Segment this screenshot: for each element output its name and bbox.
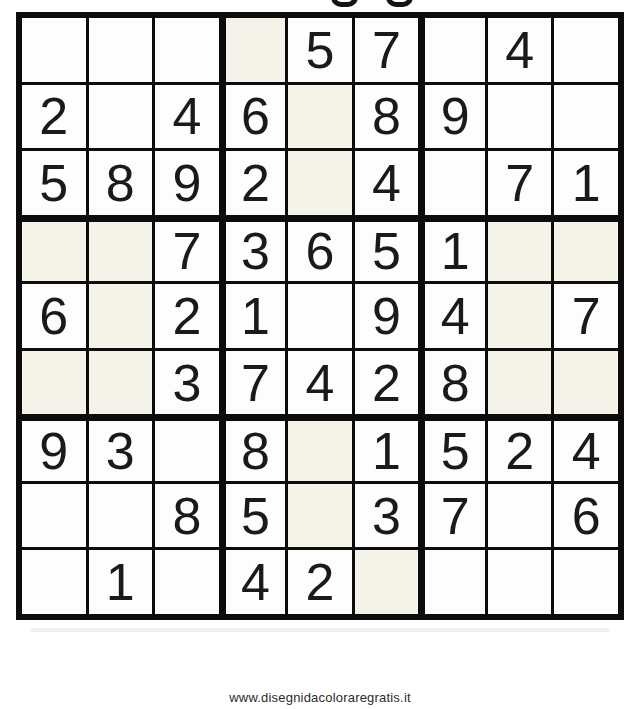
cell-r2c4: 6	[222, 85, 286, 149]
cell-r4c6: 5	[355, 218, 419, 282]
cell-r6c4: 7	[222, 351, 286, 415]
cell-r3c6: 4	[355, 151, 419, 215]
cell-r8c7: 7	[421, 484, 485, 548]
cell-r7c5[interactable]	[288, 417, 352, 481]
cell-r7c9: 4	[554, 417, 618, 481]
cell-r5c9: 7	[554, 284, 618, 348]
cell-r5c5[interactable]	[288, 284, 352, 348]
cell-r2c7: 9	[421, 85, 485, 149]
cell-r9c3[interactable]	[155, 550, 219, 614]
cell-r8c6: 3	[355, 484, 419, 548]
cell-r9c5: 2	[288, 550, 352, 614]
cell-r7c6: 1	[355, 417, 419, 481]
cell-r7c2: 3	[89, 417, 153, 481]
cell-r2c2[interactable]	[89, 85, 153, 149]
cell-r9c9[interactable]	[554, 550, 618, 614]
cell-r6c9[interactable]	[554, 351, 618, 415]
cell-r9c7[interactable]	[421, 550, 485, 614]
cell-r2c8[interactable]	[488, 85, 552, 149]
cell-r4c7: 1	[421, 218, 485, 282]
cropped-title	[0, 0, 640, 10]
cell-r2c3: 4	[155, 85, 219, 149]
cell-r1c6: 7	[355, 18, 419, 82]
cell-r8c3: 8	[155, 484, 219, 548]
cell-r4c4: 3	[222, 218, 286, 282]
cell-r3c5[interactable]	[288, 151, 352, 215]
cell-r6c1[interactable]	[22, 351, 86, 415]
cell-r7c8: 2	[488, 417, 552, 481]
cell-r1c1[interactable]	[22, 18, 86, 82]
cell-r5c1: 6	[22, 284, 86, 348]
cell-r3c3: 9	[155, 151, 219, 215]
cell-r4c9[interactable]	[554, 218, 618, 282]
cell-r9c8[interactable]	[488, 550, 552, 614]
cell-r3c7[interactable]	[421, 151, 485, 215]
cell-r2c6: 8	[355, 85, 419, 149]
watermark-url: www.disegnidacoloraregratis.it	[0, 690, 640, 705]
cell-r8c9: 6	[554, 484, 618, 548]
cell-r5c6: 9	[355, 284, 419, 348]
cell-r5c8[interactable]	[488, 284, 552, 348]
cell-r3c2: 8	[89, 151, 153, 215]
cell-r1c4[interactable]	[222, 18, 286, 82]
cell-r7c3[interactable]	[155, 417, 219, 481]
cropped-title-descender-icon	[386, 0, 413, 7]
cell-r1c5: 5	[288, 18, 352, 82]
cell-r8c4: 5	[222, 484, 286, 548]
cell-r7c1: 9	[22, 417, 86, 481]
cell-r9c6[interactable]	[355, 550, 419, 614]
cell-r3c8: 7	[488, 151, 552, 215]
cell-r2c5[interactable]	[288, 85, 352, 149]
cell-r1c2[interactable]	[89, 18, 153, 82]
sudoku-board: 5742468958924717365162194737428938152485…	[16, 12, 624, 620]
cell-r8c8[interactable]	[488, 484, 552, 548]
cell-r9c2: 1	[89, 550, 153, 614]
cell-r1c9[interactable]	[554, 18, 618, 82]
cell-r6c8[interactable]	[488, 351, 552, 415]
cell-r2c9[interactable]	[554, 85, 618, 149]
cell-r1c8: 4	[488, 18, 552, 82]
cell-r4c5: 6	[288, 218, 352, 282]
cell-r6c3: 3	[155, 351, 219, 415]
cropped-title-descender-icon	[331, 0, 358, 7]
cell-r7c4: 8	[222, 417, 286, 481]
cell-r1c3[interactable]	[155, 18, 219, 82]
cell-r2c1: 2	[22, 85, 86, 149]
cell-r4c1[interactable]	[22, 218, 86, 282]
cell-r4c2[interactable]	[89, 218, 153, 282]
cell-r9c1[interactable]	[22, 550, 86, 614]
cell-r5c7: 4	[421, 284, 485, 348]
cell-r6c6: 2	[355, 351, 419, 415]
cell-r1c7[interactable]	[421, 18, 485, 82]
cell-r7c7: 5	[421, 417, 485, 481]
print-artifact-line	[30, 628, 610, 632]
cell-r5c4: 1	[222, 284, 286, 348]
cell-r3c9: 1	[554, 151, 618, 215]
cell-r5c2[interactable]	[89, 284, 153, 348]
cell-r6c2[interactable]	[89, 351, 153, 415]
cell-r8c2[interactable]	[89, 484, 153, 548]
cell-r6c7: 8	[421, 351, 485, 415]
cell-r8c5[interactable]	[288, 484, 352, 548]
cell-r8c1[interactable]	[22, 484, 86, 548]
cell-r4c8[interactable]	[488, 218, 552, 282]
cell-r6c5: 4	[288, 351, 352, 415]
cell-r3c1: 5	[22, 151, 86, 215]
cell-r3c4: 2	[222, 151, 286, 215]
cell-r9c4: 4	[222, 550, 286, 614]
cell-r4c3: 7	[155, 218, 219, 282]
cell-r5c3: 2	[155, 284, 219, 348]
